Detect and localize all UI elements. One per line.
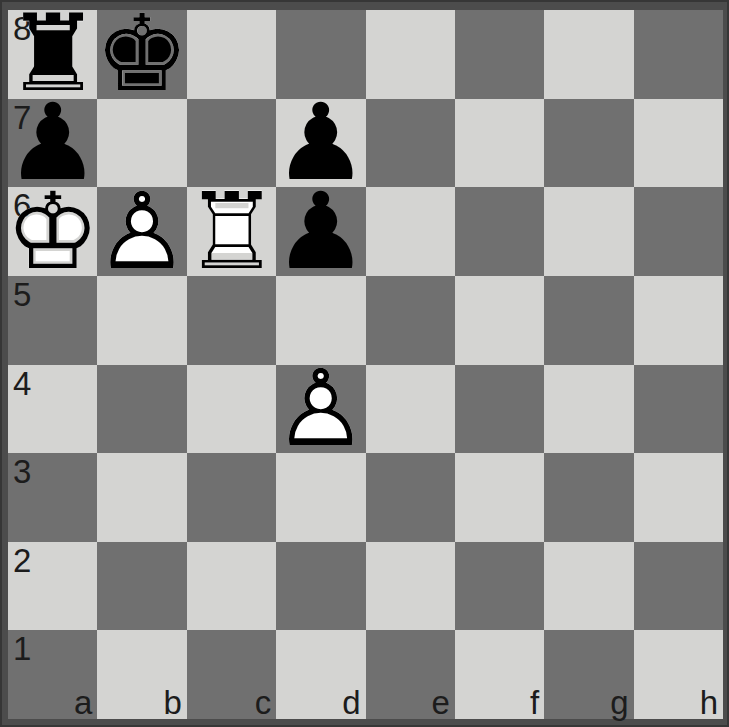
square-f8[interactable] [455,10,544,99]
piece-black-king[interactable]: ♔♚ [97,10,186,99]
piece-white-king[interactable]: ♚♔ [8,187,97,276]
square-h7[interactable] [634,99,723,188]
file-label-b: b [163,686,181,719]
square-e6[interactable] [366,187,455,276]
rank-label-4: 4 [13,367,31,400]
rank-label-3: 3 [13,455,31,488]
square-f5[interactable] [455,276,544,365]
square-g7[interactable] [544,99,633,188]
square-g4[interactable] [544,365,633,454]
square-f6[interactable] [455,187,544,276]
square-a6[interactable]: 6♚♔ [8,187,97,276]
file-label-f: f [530,686,539,719]
piece-glyph: ♖ [187,187,276,276]
piece-glyph: ♙ [97,187,186,276]
square-b5[interactable] [97,276,186,365]
square-b1[interactable]: b [97,630,186,719]
square-d4[interactable]: ♟♙ [276,365,365,454]
piece-white-pawn[interactable]: ♟♙ [276,365,365,454]
square-a4[interactable]: 4 [8,365,97,454]
square-c2[interactable] [187,542,276,631]
square-f3[interactable] [455,453,544,542]
square-g8[interactable] [544,10,633,99]
square-b3[interactable] [97,453,186,542]
square-h5[interactable] [634,276,723,365]
square-e5[interactable] [366,276,455,365]
square-b6[interactable]: ♟♙ [97,187,186,276]
square-f7[interactable] [455,99,544,188]
square-g3[interactable] [544,453,633,542]
file-label-d: d [342,686,360,719]
square-h1[interactable]: h [634,630,723,719]
square-c3[interactable] [187,453,276,542]
square-g2[interactable] [544,542,633,631]
square-e4[interactable] [366,365,455,454]
square-h3[interactable] [634,453,723,542]
square-a2[interactable]: 2 [8,542,97,631]
square-h4[interactable] [634,365,723,454]
square-d6[interactable]: ♟ [276,187,365,276]
piece-glyph: ♙ [276,365,365,454]
square-c1[interactable]: c [187,630,276,719]
square-c4[interactable] [187,365,276,454]
file-label-c: c [255,686,272,719]
square-f4[interactable] [455,365,544,454]
file-label-h: h [700,686,718,719]
square-g6[interactable] [544,187,633,276]
file-label-a: a [74,686,92,719]
square-a3[interactable]: 3 [8,453,97,542]
square-c5[interactable] [187,276,276,365]
square-a5[interactable]: 5 [8,276,97,365]
piece-glyph: ♚ [97,10,186,99]
square-b2[interactable] [97,542,186,631]
square-c8[interactable] [187,10,276,99]
square-c6[interactable]: ♜♖ [187,187,276,276]
square-d1[interactable]: d [276,630,365,719]
square-h2[interactable] [634,542,723,631]
square-h6[interactable] [634,187,723,276]
square-e2[interactable] [366,542,455,631]
piece-glyph: ♔ [8,187,97,276]
chess-board: 8♖♜♔♚7♟♟6♚♔♟♙♜♖♟54♟♙321abcdefgh [8,10,723,719]
rank-label-5: 5 [13,278,31,311]
square-e8[interactable] [366,10,455,99]
square-e3[interactable] [366,453,455,542]
square-d2[interactable] [276,542,365,631]
piece-white-rook[interactable]: ♜♖ [187,187,276,276]
square-a1[interactable]: 1a [8,630,97,719]
piece-glyph: ♟ [276,187,365,276]
square-g5[interactable] [544,276,633,365]
rank-label-2: 2 [13,544,31,577]
square-f2[interactable] [455,542,544,631]
file-label-g: g [610,686,628,719]
square-b8[interactable]: ♔♚ [97,10,186,99]
piece-black-pawn[interactable]: ♟ [276,187,365,276]
square-b4[interactable] [97,365,186,454]
file-label-e: e [432,686,450,719]
square-f1[interactable]: f [455,630,544,719]
piece-white-pawn[interactable]: ♟♙ [97,187,186,276]
square-e1[interactable]: e [366,630,455,719]
square-e7[interactable] [366,99,455,188]
rank-label-1: 1 [13,632,31,665]
square-h8[interactable] [634,10,723,99]
board-frame: 8♖♜♔♚7♟♟6♚♔♟♙♜♖♟54♟♙321abcdefgh [0,0,729,727]
square-d3[interactable] [276,453,365,542]
square-g1[interactable]: g [544,630,633,719]
